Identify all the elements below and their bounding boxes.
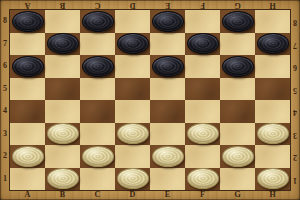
square-g7[interactable] [220,33,255,56]
square-e8[interactable] [150,10,185,33]
file-label-top-e: E [150,0,185,10]
file-label-top-b: B [45,0,80,10]
square-a3[interactable] [10,123,45,146]
black-piece[interactable] [12,56,44,77]
square-g2[interactable] [220,145,255,168]
square-a5[interactable] [10,78,45,101]
square-a7[interactable] [10,33,45,56]
square-d7[interactable] [115,33,150,56]
square-e5[interactable] [150,78,185,101]
board-frame: ABCDEFGH ABCDEFGH 87654321 87654321 [0,0,300,200]
square-c2[interactable] [80,145,115,168]
square-b4[interactable] [45,100,80,123]
file-label-top-g: G [220,0,255,10]
white-piece[interactable] [47,123,79,144]
white-piece[interactable] [257,168,289,189]
square-d4[interactable] [115,100,150,123]
square-f1[interactable] [185,168,220,191]
file-label-bottom-e: E [150,190,185,200]
square-d5[interactable] [115,78,150,101]
square-a6[interactable] [10,55,45,78]
square-d1[interactable] [115,168,150,191]
black-piece[interactable] [82,11,114,32]
checkers-board [10,10,290,190]
square-e2[interactable] [150,145,185,168]
square-h3[interactable] [255,123,290,146]
square-d2[interactable] [115,145,150,168]
square-a1[interactable] [10,168,45,191]
white-piece[interactable] [152,146,184,167]
file-label-bottom-c: C [80,190,115,200]
file-labels-bottom: ABCDEFGH [10,190,290,200]
square-f5[interactable] [185,78,220,101]
black-piece[interactable] [222,56,254,77]
square-e3[interactable] [150,123,185,146]
black-piece[interactable] [187,33,219,54]
file-label-top-a: A [10,0,45,10]
square-g1[interactable] [220,168,255,191]
rank-label-left-5: 5 [0,78,10,101]
square-e7[interactable] [150,33,185,56]
rank-label-left-1: 1 [0,168,10,191]
rank-label-right-6: 6 [290,55,300,78]
white-piece[interactable] [257,123,289,144]
rank-label-right-4: 4 [290,100,300,123]
file-label-top-f: F [185,0,220,10]
square-b5[interactable] [45,78,80,101]
square-c4[interactable] [80,100,115,123]
file-label-bottom-h: H [255,190,290,200]
white-piece[interactable] [187,168,219,189]
square-g4[interactable] [220,100,255,123]
square-a8[interactable] [10,10,45,33]
white-piece[interactable] [117,123,149,144]
file-label-bottom-a: A [10,190,45,200]
file-label-top-d: D [115,0,150,10]
file-label-top-h: H [255,0,290,10]
square-c1[interactable] [80,168,115,191]
white-piece[interactable] [47,168,79,189]
rank-label-right-5: 5 [290,78,300,101]
square-h5[interactable] [255,78,290,101]
file-label-bottom-g: G [220,190,255,200]
file-label-top-c: C [80,0,115,10]
square-f3[interactable] [185,123,220,146]
rank-labels-left: 87654321 [0,10,10,190]
square-d3[interactable] [115,123,150,146]
rank-label-left-8: 8 [0,10,10,33]
black-piece[interactable] [12,11,44,32]
square-f2[interactable] [185,145,220,168]
white-piece[interactable] [222,146,254,167]
black-piece[interactable] [222,11,254,32]
square-a4[interactable] [10,100,45,123]
black-piece[interactable] [47,33,79,54]
rank-label-right-1: 1 [290,168,300,191]
rank-label-left-6: 6 [0,55,10,78]
square-g5[interactable] [220,78,255,101]
square-e1[interactable] [150,168,185,191]
checkers-app: ABCDEFGH ABCDEFGH 87654321 87654321 [0,0,300,200]
square-f8[interactable] [185,10,220,33]
white-piece[interactable] [82,146,114,167]
square-f7[interactable] [185,33,220,56]
square-d8[interactable] [115,10,150,33]
square-g3[interactable] [220,123,255,146]
square-h1[interactable] [255,168,290,191]
square-c6[interactable] [80,55,115,78]
square-c7[interactable] [80,33,115,56]
file-labels-top: ABCDEFGH [10,0,290,10]
square-h7[interactable] [255,33,290,56]
rank-label-right-3: 3 [290,123,300,146]
file-label-bottom-d: D [115,190,150,200]
square-b1[interactable] [45,168,80,191]
square-h4[interactable] [255,100,290,123]
file-label-bottom-f: F [185,190,220,200]
square-h8[interactable] [255,10,290,33]
square-e4[interactable] [150,100,185,123]
black-piece[interactable] [82,56,114,77]
rank-label-left-2: 2 [0,145,10,168]
black-piece[interactable] [152,11,184,32]
file-label-bottom-b: B [45,190,80,200]
rank-label-left-3: 3 [0,123,10,146]
square-g6[interactable] [220,55,255,78]
square-g8[interactable] [220,10,255,33]
square-b3[interactable] [45,123,80,146]
rank-label-left-4: 4 [0,100,10,123]
black-piece[interactable] [257,33,289,54]
square-d6[interactable] [115,55,150,78]
white-piece[interactable] [12,146,44,167]
square-h6[interactable] [255,55,290,78]
rank-label-right-7: 7 [290,33,300,56]
white-piece[interactable] [187,123,219,144]
square-b6[interactable] [45,55,80,78]
rank-label-right-2: 2 [290,145,300,168]
square-f4[interactable] [185,100,220,123]
square-f6[interactable] [185,55,220,78]
square-b2[interactable] [45,145,80,168]
black-piece[interactable] [117,33,149,54]
square-c8[interactable] [80,10,115,33]
square-b8[interactable] [45,10,80,33]
square-c3[interactable] [80,123,115,146]
square-b7[interactable] [45,33,80,56]
black-piece[interactable] [152,56,184,77]
rank-label-right-8: 8 [290,10,300,33]
square-c5[interactable] [80,78,115,101]
square-a2[interactable] [10,145,45,168]
rank-label-left-7: 7 [0,33,10,56]
square-e6[interactable] [150,55,185,78]
rank-labels-right: 87654321 [290,10,300,190]
square-h2[interactable] [255,145,290,168]
white-piece[interactable] [117,168,149,189]
